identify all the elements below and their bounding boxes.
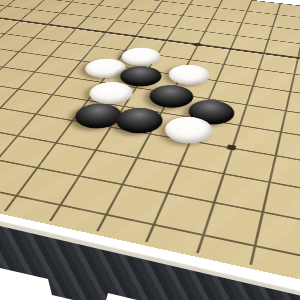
photo-scene bbox=[0, 0, 300, 300]
go-board bbox=[0, 0, 300, 300]
photo-background bbox=[0, 0, 300, 300]
board-sheen bbox=[0, 0, 300, 300]
